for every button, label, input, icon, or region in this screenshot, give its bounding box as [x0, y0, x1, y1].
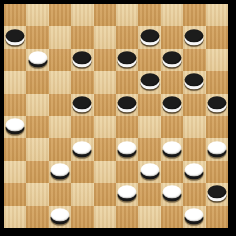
- square-r9c6[interactable]: [138, 206, 160, 228]
- square-r6c3[interactable]: [71, 138, 93, 160]
- piece-disc: [118, 96, 137, 109]
- square-r5c3[interactable]: [71, 116, 93, 138]
- piece-disc: [162, 141, 181, 154]
- square-r8c0[interactable]: [4, 183, 26, 205]
- square-r5c1[interactable]: [26, 116, 48, 138]
- square-r0c3[interactable]: [71, 4, 93, 26]
- square-r8c6[interactable]: [138, 183, 160, 205]
- square-r3c1[interactable]: [26, 71, 48, 93]
- piece-disc: [118, 51, 137, 64]
- square-r7c3[interactable]: [71, 161, 93, 183]
- square-r4c9[interactable]: [206, 94, 228, 116]
- square-r5c8[interactable]: [183, 116, 205, 138]
- square-r1c5[interactable]: [116, 26, 138, 48]
- square-r3c5[interactable]: [116, 71, 138, 93]
- square-r9c8[interactable]: [183, 206, 205, 228]
- white-man[interactable]: [118, 186, 137, 202]
- square-r2c4[interactable]: [94, 49, 116, 71]
- square-r6c2[interactable]: [49, 138, 71, 160]
- square-r5c7[interactable]: [161, 116, 183, 138]
- square-r4c7[interactable]: [161, 94, 183, 116]
- piece-disc: [28, 51, 47, 64]
- square-r3c8[interactable]: [183, 71, 205, 93]
- square-r1c9[interactable]: [206, 26, 228, 48]
- piece-disc: [6, 119, 25, 132]
- square-r2c0[interactable]: [4, 49, 26, 71]
- square-r3c6[interactable]: [138, 71, 160, 93]
- piece-disc: [140, 29, 159, 42]
- square-r0c8[interactable]: [183, 4, 205, 26]
- square-r0c1[interactable]: [26, 4, 48, 26]
- square-r4c2[interactable]: [49, 94, 71, 116]
- white-man[interactable]: [162, 141, 181, 157]
- square-r1c3[interactable]: [71, 26, 93, 48]
- square-r6c1[interactable]: [26, 138, 48, 160]
- square-r8c9[interactable]: [206, 183, 228, 205]
- square-r8c1[interactable]: [26, 183, 48, 205]
- piece-disc: [185, 163, 204, 176]
- white-man[interactable]: [73, 141, 92, 157]
- piece-disc: [162, 96, 181, 109]
- square-r6c0[interactable]: [4, 138, 26, 160]
- square-r8c3[interactable]: [71, 183, 93, 205]
- square-r7c0[interactable]: [4, 161, 26, 183]
- square-r7c6[interactable]: [138, 161, 160, 183]
- piece-disc: [73, 141, 92, 154]
- piece-disc: [185, 208, 204, 221]
- square-r3c0[interactable]: [4, 71, 26, 93]
- square-r6c7[interactable]: [161, 138, 183, 160]
- square-r6c6[interactable]: [138, 138, 160, 160]
- white-man[interactable]: [185, 163, 204, 179]
- square-r5c5[interactable]: [116, 116, 138, 138]
- square-r0c2[interactable]: [49, 4, 71, 26]
- square-r5c4[interactable]: [94, 116, 116, 138]
- draughts-board: [4, 4, 228, 228]
- white-man[interactable]: [185, 208, 204, 224]
- square-r2c2[interactable]: [49, 49, 71, 71]
- square-r1c7[interactable]: [161, 26, 183, 48]
- piece-disc: [185, 74, 204, 87]
- piece-disc: [118, 141, 137, 154]
- square-r9c9[interactable]: [206, 206, 228, 228]
- square-r3c3[interactable]: [71, 71, 93, 93]
- square-r1c2[interactable]: [49, 26, 71, 48]
- square-r3c9[interactable]: [206, 71, 228, 93]
- square-r5c0[interactable]: [4, 116, 26, 138]
- square-r1c8[interactable]: [183, 26, 205, 48]
- black-man[interactable]: [73, 96, 92, 112]
- piece-disc: [207, 186, 226, 199]
- piece-disc: [207, 96, 226, 109]
- piece-disc: [50, 163, 69, 176]
- white-man[interactable]: [28, 51, 47, 67]
- piece-disc: [50, 208, 69, 221]
- square-r4c3[interactable]: [71, 94, 93, 116]
- white-man[interactable]: [50, 163, 69, 179]
- square-r3c4[interactable]: [94, 71, 116, 93]
- black-man[interactable]: [185, 74, 204, 90]
- square-r3c7[interactable]: [161, 71, 183, 93]
- square-r4c1[interactable]: [26, 94, 48, 116]
- square-r4c5[interactable]: [116, 94, 138, 116]
- square-r7c4[interactable]: [94, 161, 116, 183]
- white-man[interactable]: [162, 186, 181, 202]
- white-man[interactable]: [118, 141, 137, 157]
- piece-disc: [6, 29, 25, 42]
- black-man[interactable]: [73, 51, 92, 67]
- square-r9c2[interactable]: [49, 206, 71, 228]
- black-man[interactable]: [207, 186, 226, 202]
- square-r5c6[interactable]: [138, 116, 160, 138]
- black-man[interactable]: [6, 29, 25, 45]
- white-man[interactable]: [6, 119, 25, 135]
- white-man[interactable]: [50, 208, 69, 224]
- square-r4c0[interactable]: [4, 94, 26, 116]
- square-r0c0[interactable]: [4, 4, 26, 26]
- square-r5c9[interactable]: [206, 116, 228, 138]
- piece-disc: [73, 96, 92, 109]
- square-r6c9[interactable]: [206, 138, 228, 160]
- square-r0c6[interactable]: [138, 4, 160, 26]
- black-man[interactable]: [140, 74, 159, 90]
- square-r0c7[interactable]: [161, 4, 183, 26]
- square-r9c3[interactable]: [71, 206, 93, 228]
- square-r2c9[interactable]: [206, 49, 228, 71]
- black-man[interactable]: [207, 96, 226, 112]
- piece-disc: [140, 163, 159, 176]
- square-r9c7[interactable]: [161, 206, 183, 228]
- black-man[interactable]: [162, 51, 181, 67]
- white-man[interactable]: [140, 163, 159, 179]
- square-r8c4[interactable]: [94, 183, 116, 205]
- square-r0c9[interactable]: [206, 4, 228, 26]
- black-man[interactable]: [140, 29, 159, 45]
- piece-disc: [185, 29, 204, 42]
- square-r2c6[interactable]: [138, 49, 160, 71]
- square-r8c7[interactable]: [161, 183, 183, 205]
- square-r2c3[interactable]: [71, 49, 93, 71]
- piece-disc: [73, 51, 92, 64]
- square-r8c8[interactable]: [183, 183, 205, 205]
- square-r2c1[interactable]: [26, 49, 48, 71]
- square-r7c7[interactable]: [161, 161, 183, 183]
- square-r9c0[interactable]: [4, 206, 26, 228]
- square-r7c2[interactable]: [49, 161, 71, 183]
- square-r8c5[interactable]: [116, 183, 138, 205]
- square-r6c5[interactable]: [116, 138, 138, 160]
- square-r6c4[interactable]: [94, 138, 116, 160]
- square-r1c0[interactable]: [4, 26, 26, 48]
- square-r1c1[interactable]: [26, 26, 48, 48]
- square-r1c6[interactable]: [138, 26, 160, 48]
- square-r9c1[interactable]: [26, 206, 48, 228]
- square-r2c7[interactable]: [161, 49, 183, 71]
- square-r9c5[interactable]: [116, 206, 138, 228]
- piece-disc: [118, 186, 137, 199]
- square-r4c8[interactable]: [183, 94, 205, 116]
- piece-disc: [140, 74, 159, 87]
- black-man[interactable]: [118, 51, 137, 67]
- square-r4c4[interactable]: [94, 94, 116, 116]
- white-man[interactable]: [207, 141, 226, 157]
- piece-disc: [162, 51, 181, 64]
- square-r0c5[interactable]: [116, 4, 138, 26]
- square-r8c2[interactable]: [49, 183, 71, 205]
- piece-disc: [207, 141, 226, 154]
- square-r6c8[interactable]: [183, 138, 205, 160]
- square-r5c2[interactable]: [49, 116, 71, 138]
- piece-disc: [162, 186, 181, 199]
- square-r3c2[interactable]: [49, 71, 71, 93]
- square-r7c9[interactable]: [206, 161, 228, 183]
- square-r2c8[interactable]: [183, 49, 205, 71]
- square-r7c5[interactable]: [116, 161, 138, 183]
- black-man[interactable]: [185, 29, 204, 45]
- square-r2c5[interactable]: [116, 49, 138, 71]
- square-r7c1[interactable]: [26, 161, 48, 183]
- black-man[interactable]: [118, 96, 137, 112]
- square-r0c4[interactable]: [94, 4, 116, 26]
- square-r4c6[interactable]: [138, 94, 160, 116]
- square-r1c4[interactable]: [94, 26, 116, 48]
- square-r7c8[interactable]: [183, 161, 205, 183]
- square-r9c4[interactable]: [94, 206, 116, 228]
- black-man[interactable]: [162, 96, 181, 112]
- draughts-app-window: [0, 0, 236, 236]
